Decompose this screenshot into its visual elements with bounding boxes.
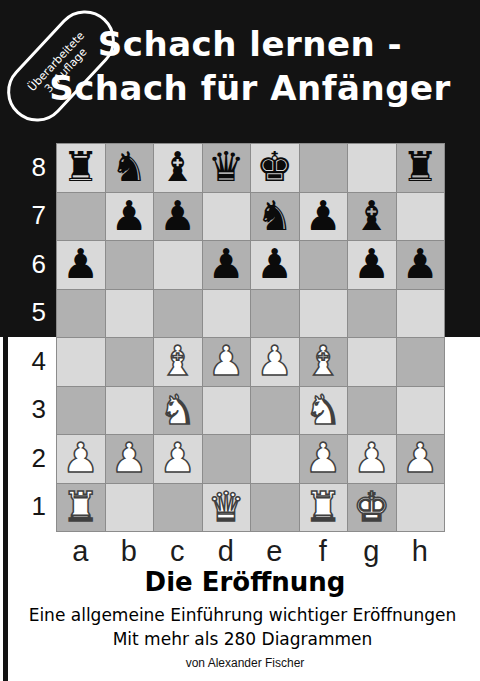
file-label-d: d xyxy=(202,535,251,568)
rank-label-6: 6 xyxy=(10,240,48,289)
black-pawn: ♟ xyxy=(353,241,390,288)
white-pawn: ♟ xyxy=(159,435,196,482)
square-c5 xyxy=(154,290,202,338)
square-f3: ♞ xyxy=(300,387,348,435)
description-line2: Mit mehr als 280 Diagrammen xyxy=(5,629,480,649)
square-b8: ♞ xyxy=(106,144,154,192)
square-c2: ♟ xyxy=(154,435,202,483)
square-d7 xyxy=(203,193,251,241)
black-knight: ♞ xyxy=(256,193,293,240)
square-e4: ♟ xyxy=(251,338,299,386)
file-label-h: h xyxy=(396,535,445,568)
square-e8: ♚ xyxy=(251,144,299,192)
black-pawn: ♟ xyxy=(159,193,196,240)
square-g4 xyxy=(348,338,396,386)
square-h8: ♜ xyxy=(397,144,445,192)
title-line2: Schach für Anfänger xyxy=(20,66,480,110)
square-c8: ♝ xyxy=(154,144,202,192)
white-pawn: ♟ xyxy=(305,435,342,482)
square-e3 xyxy=(251,387,299,435)
square-f1: ♜ xyxy=(300,484,348,532)
square-b2: ♟ xyxy=(106,435,154,483)
black-pawn: ♟ xyxy=(208,241,245,288)
white-pawn: ♟ xyxy=(402,435,439,482)
white-pawn: ♟ xyxy=(353,435,390,482)
rank-label-5: 5 xyxy=(10,289,48,338)
white-pawn: ♟ xyxy=(111,435,148,482)
square-f8 xyxy=(300,144,348,192)
file-label-e: e xyxy=(250,535,299,568)
black-pawn: ♟ xyxy=(305,193,342,240)
square-a4 xyxy=(57,338,105,386)
square-h7 xyxy=(397,193,445,241)
square-d1: ♛ xyxy=(203,484,251,532)
rank-label-7: 7 xyxy=(10,192,48,241)
square-c6 xyxy=(154,241,202,289)
black-bishop: ♝ xyxy=(159,144,196,191)
square-a3 xyxy=(57,387,105,435)
white-rook: ♜ xyxy=(62,484,99,531)
square-d6: ♟ xyxy=(203,241,251,289)
black-rook: ♜ xyxy=(402,144,439,191)
white-bishop: ♝ xyxy=(159,338,196,385)
white-knight: ♞ xyxy=(305,387,342,434)
square-g8 xyxy=(348,144,396,192)
white-pawn: ♟ xyxy=(208,338,245,385)
square-d8: ♛ xyxy=(203,144,251,192)
file-label-b: b xyxy=(105,535,154,568)
black-knight: ♞ xyxy=(111,144,148,191)
file-label-f: f xyxy=(299,535,348,568)
square-g3 xyxy=(348,387,396,435)
square-h4 xyxy=(397,338,445,386)
author-credit: von Alexander Fischer xyxy=(10,656,480,670)
rank-label-3: 3 xyxy=(10,386,48,435)
square-c1 xyxy=(154,484,202,532)
file-labels: abcdefgh xyxy=(56,535,444,568)
white-pawn: ♟ xyxy=(62,435,99,482)
square-a6: ♟ xyxy=(57,241,105,289)
square-d5 xyxy=(203,290,251,338)
square-f6 xyxy=(300,241,348,289)
rank-label-8: 8 xyxy=(10,143,48,192)
black-bishop: ♝ xyxy=(353,193,390,240)
square-d2 xyxy=(203,435,251,483)
black-pawn: ♟ xyxy=(256,241,293,288)
black-rook: ♜ xyxy=(62,144,99,191)
black-queen: ♛ xyxy=(208,144,245,191)
square-b3 xyxy=(106,387,154,435)
square-e5 xyxy=(251,290,299,338)
square-b6 xyxy=(106,241,154,289)
square-d4: ♟ xyxy=(203,338,251,386)
black-pawn: ♟ xyxy=(62,241,99,288)
description-line1: Eine allgemeine Einführung wichtiger Erö… xyxy=(5,605,480,625)
book-cover: Überarbeitete 3. Auflage Schach lernen -… xyxy=(0,0,480,681)
square-h5 xyxy=(397,290,445,338)
black-pawn: ♟ xyxy=(111,193,148,240)
square-f2: ♟ xyxy=(300,435,348,483)
square-a7 xyxy=(57,193,105,241)
square-d3 xyxy=(203,387,251,435)
rank-label-1: 1 xyxy=(10,483,48,532)
chess-board: ♜♞♝♛♚♜♟♟♞♟♝♟♟♟♟♟♝♟♟♝♞♞♟♟♟♟♟♟♜♛♜♚ xyxy=(56,143,445,532)
rank-labels: 87654321 xyxy=(10,143,48,531)
file-label-g: g xyxy=(347,535,396,568)
square-g2: ♟ xyxy=(348,435,396,483)
square-g7: ♝ xyxy=(348,193,396,241)
black-pawn: ♟ xyxy=(402,241,439,288)
square-h6: ♟ xyxy=(397,241,445,289)
file-label-c: c xyxy=(153,535,202,568)
white-rook: ♜ xyxy=(305,484,342,531)
square-c4: ♝ xyxy=(154,338,202,386)
left-border-line xyxy=(3,0,8,681)
square-f5 xyxy=(300,290,348,338)
title-line1: Schach lernen - xyxy=(20,22,480,66)
square-c3: ♞ xyxy=(154,387,202,435)
square-g5 xyxy=(348,290,396,338)
square-h1 xyxy=(397,484,445,532)
square-g6: ♟ xyxy=(348,241,396,289)
white-king: ♚ xyxy=(353,484,390,531)
square-a1: ♜ xyxy=(57,484,105,532)
square-e1 xyxy=(251,484,299,532)
square-b4 xyxy=(106,338,154,386)
square-e2 xyxy=(251,435,299,483)
square-g1: ♚ xyxy=(348,484,396,532)
file-label-a: a xyxy=(56,535,105,568)
black-king: ♚ xyxy=(256,144,293,191)
square-b5 xyxy=(106,290,154,338)
square-a8: ♜ xyxy=(57,144,105,192)
square-e6: ♟ xyxy=(251,241,299,289)
square-f4: ♝ xyxy=(300,338,348,386)
square-b7: ♟ xyxy=(106,193,154,241)
square-b1 xyxy=(106,484,154,532)
square-a2: ♟ xyxy=(57,435,105,483)
book-title: Schach lernen - Schach für Anfänger xyxy=(20,22,480,110)
rank-label-4: 4 xyxy=(10,337,48,386)
section-title: Die Eröffnung xyxy=(10,567,480,597)
white-knight: ♞ xyxy=(159,387,196,434)
square-h2: ♟ xyxy=(397,435,445,483)
rank-label-2: 2 xyxy=(10,434,48,483)
square-f7: ♟ xyxy=(300,193,348,241)
square-a5 xyxy=(57,290,105,338)
square-h3 xyxy=(397,387,445,435)
square-c7: ♟ xyxy=(154,193,202,241)
square-e7: ♞ xyxy=(251,193,299,241)
white-queen: ♛ xyxy=(208,484,245,531)
white-bishop: ♝ xyxy=(305,338,342,385)
white-pawn: ♟ xyxy=(256,338,293,385)
